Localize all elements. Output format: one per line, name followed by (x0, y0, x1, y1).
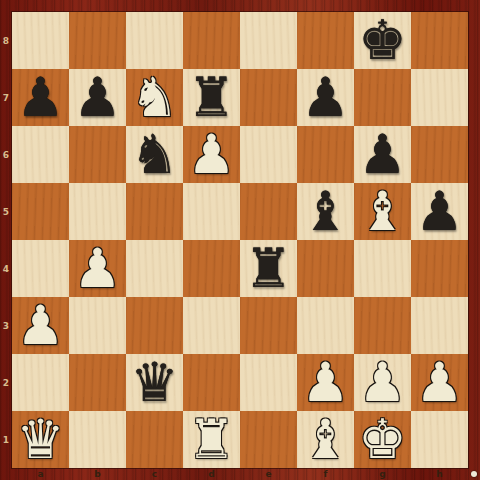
file-label-c: c (126, 468, 183, 480)
square-f2[interactable]: ♟ (297, 354, 354, 411)
square-e8[interactable] (240, 12, 297, 69)
square-d4[interactable] (183, 240, 240, 297)
black-pawn-h5[interactable]: ♟ (415, 183, 463, 240)
square-b1[interactable] (69, 411, 126, 468)
file-label-e: e (240, 468, 297, 480)
square-f3[interactable] (297, 297, 354, 354)
square-e2[interactable] (240, 354, 297, 411)
square-c2[interactable]: ♛ (126, 354, 183, 411)
square-h2[interactable]: ♟ (411, 354, 468, 411)
square-g8[interactable]: ♚ (354, 12, 411, 69)
square-e3[interactable] (240, 297, 297, 354)
black-queen-c2[interactable]: ♛ (130, 354, 178, 411)
square-a3[interactable]: ♟ (12, 297, 69, 354)
square-d2[interactable] (183, 354, 240, 411)
white-pawn-b4[interactable]: ♟ (73, 240, 121, 297)
rank-labels: 87654321 (0, 12, 12, 468)
rank-label-3: 3 (0, 297, 12, 354)
square-e7[interactable] (240, 69, 297, 126)
square-h4[interactable] (411, 240, 468, 297)
square-a8[interactable] (12, 12, 69, 69)
square-c6[interactable]: ♞ (126, 126, 183, 183)
square-a6[interactable] (12, 126, 69, 183)
white-queen-a1[interactable]: ♛ (16, 411, 64, 468)
rank-label-4: 4 (0, 240, 12, 297)
square-d7[interactable]: ♜ (183, 69, 240, 126)
square-a4[interactable] (12, 240, 69, 297)
square-a2[interactable] (12, 354, 69, 411)
white-bishop-g5[interactable]: ♝ (358, 183, 406, 240)
black-king-g8[interactable]: ♚ (358, 12, 406, 69)
square-b8[interactable] (69, 12, 126, 69)
square-c8[interactable] (126, 12, 183, 69)
rank-label-2: 2 (0, 354, 12, 411)
square-e4[interactable]: ♜ (240, 240, 297, 297)
square-f8[interactable] (297, 12, 354, 69)
square-c5[interactable] (126, 183, 183, 240)
white-pawn-f2[interactable]: ♟ (301, 354, 349, 411)
square-e1[interactable] (240, 411, 297, 468)
square-e5[interactable] (240, 183, 297, 240)
square-c7[interactable]: ♞ (126, 69, 183, 126)
square-h6[interactable] (411, 126, 468, 183)
square-f4[interactable] (297, 240, 354, 297)
square-c4[interactable] (126, 240, 183, 297)
black-pawn-f7[interactable]: ♟ (301, 69, 349, 126)
rank-label-5: 5 (0, 183, 12, 240)
white-pawn-a3[interactable]: ♟ (16, 297, 64, 354)
rank-label-6: 6 (0, 126, 12, 183)
white-pawn-g2[interactable]: ♟ (358, 354, 406, 411)
black-rook-e4[interactable]: ♜ (244, 240, 292, 297)
square-g6[interactable]: ♟ (354, 126, 411, 183)
square-d3[interactable] (183, 297, 240, 354)
file-label-b: b (69, 468, 126, 480)
black-pawn-b7[interactable]: ♟ (73, 69, 121, 126)
rank-label-1: 1 (0, 411, 12, 468)
square-d5[interactable] (183, 183, 240, 240)
square-g5[interactable]: ♝ (354, 183, 411, 240)
white-pawn-d6[interactable]: ♟ (187, 126, 235, 183)
square-f5[interactable]: ♝ (297, 183, 354, 240)
square-a7[interactable]: ♟ (12, 69, 69, 126)
square-f6[interactable] (297, 126, 354, 183)
square-a1[interactable]: ♛ (12, 411, 69, 468)
square-d6[interactable]: ♟ (183, 126, 240, 183)
square-g7[interactable] (354, 69, 411, 126)
rank-label-7: 7 (0, 69, 12, 126)
black-rook-d7[interactable]: ♜ (187, 69, 235, 126)
file-label-h: h (411, 468, 468, 480)
square-b6[interactable] (69, 126, 126, 183)
square-g4[interactable] (354, 240, 411, 297)
square-d8[interactable] (183, 12, 240, 69)
square-b4[interactable]: ♟ (69, 240, 126, 297)
square-c1[interactable] (126, 411, 183, 468)
square-f7[interactable]: ♟ (297, 69, 354, 126)
white-king-g1[interactable]: ♚ (358, 411, 406, 468)
square-g2[interactable]: ♟ (354, 354, 411, 411)
white-pawn-h2[interactable]: ♟ (415, 354, 463, 411)
white-rook-d1[interactable]: ♜ (187, 411, 235, 468)
square-d1[interactable]: ♜ (183, 411, 240, 468)
square-h8[interactable] (411, 12, 468, 69)
chess-board: ♚♟♟♞♜♟♞♟♟♝♝♟♟♜♟♛♟♟♟♛♜♝♚ (12, 12, 468, 468)
square-h7[interactable] (411, 69, 468, 126)
black-pawn-a7[interactable]: ♟ (16, 69, 64, 126)
square-b3[interactable] (69, 297, 126, 354)
black-knight-c6[interactable]: ♞ (130, 126, 178, 183)
black-pawn-g6[interactable]: ♟ (358, 126, 406, 183)
square-f1[interactable]: ♝ (297, 411, 354, 468)
square-b7[interactable]: ♟ (69, 69, 126, 126)
side-to-move-indicator (471, 471, 477, 477)
square-h5[interactable]: ♟ (411, 183, 468, 240)
square-g1[interactable]: ♚ (354, 411, 411, 468)
square-g3[interactable] (354, 297, 411, 354)
square-h1[interactable] (411, 411, 468, 468)
square-b5[interactable] (69, 183, 126, 240)
square-c3[interactable] (126, 297, 183, 354)
square-a5[interactable] (12, 183, 69, 240)
black-bishop-f5[interactable]: ♝ (301, 183, 349, 240)
chessboard-frame: ♚♟♟♞♜♟♞♟♟♝♝♟♟♜♟♛♟♟♟♛♜♝♚ 87654321 abcdefg… (0, 0, 480, 480)
white-knight-c7[interactable]: ♞ (130, 69, 178, 126)
rank-label-8: 8 (0, 12, 12, 69)
square-h3[interactable] (411, 297, 468, 354)
square-e6[interactable] (240, 126, 297, 183)
white-bishop-f1[interactable]: ♝ (301, 411, 349, 468)
square-b2[interactable] (69, 354, 126, 411)
